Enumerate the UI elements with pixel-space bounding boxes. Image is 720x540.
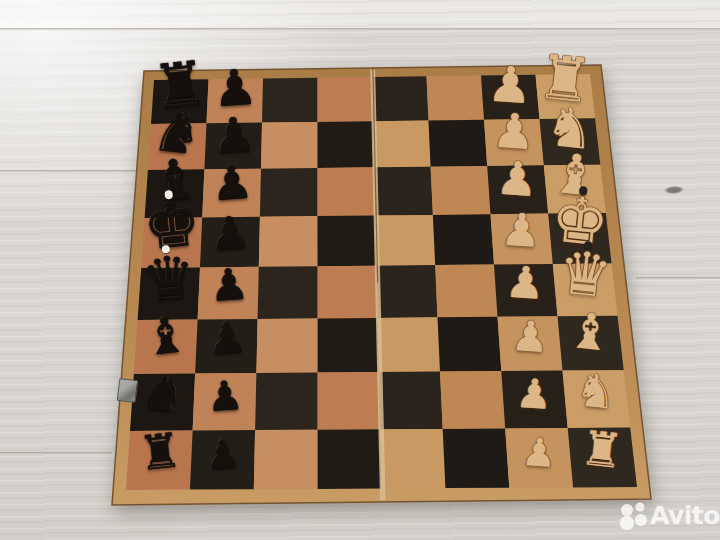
square-a2 xyxy=(505,428,573,488)
square-e7 xyxy=(200,217,260,268)
square-f2 xyxy=(487,165,548,214)
square-g3 xyxy=(429,120,488,167)
square-f8 xyxy=(145,169,205,218)
square-h6 xyxy=(262,78,318,123)
square-f5 xyxy=(318,167,376,216)
square-a8 xyxy=(126,431,193,490)
square-b8 xyxy=(130,374,195,432)
chessboard xyxy=(0,0,720,540)
square-f7 xyxy=(202,169,261,218)
square-d4 xyxy=(376,265,437,318)
square-e3 xyxy=(433,214,494,265)
square-h5 xyxy=(318,77,374,122)
square-b5 xyxy=(318,372,381,430)
square-g5 xyxy=(318,121,375,168)
square-c5 xyxy=(318,318,379,373)
square-a4 xyxy=(380,429,445,489)
square-c3 xyxy=(438,317,502,372)
square-g8 xyxy=(148,123,207,170)
square-f3 xyxy=(431,166,491,215)
square-c7 xyxy=(195,319,258,374)
square-b4 xyxy=(379,372,443,430)
square-a3 xyxy=(443,428,510,488)
square-b3 xyxy=(440,371,505,429)
square-c1 xyxy=(558,316,624,371)
square-c8 xyxy=(134,320,198,375)
square-c6 xyxy=(256,318,317,373)
square-f4 xyxy=(374,167,433,216)
square-g6 xyxy=(261,122,318,169)
square-h4 xyxy=(372,76,429,121)
square-d3 xyxy=(435,265,497,318)
watermark: Avito xyxy=(614,494,720,536)
square-f1 xyxy=(544,165,606,214)
square-d8 xyxy=(138,267,200,320)
square-b2 xyxy=(501,371,567,429)
square-h7 xyxy=(207,79,264,124)
square-d6 xyxy=(258,266,318,319)
square-a6 xyxy=(254,430,318,490)
square-f6 xyxy=(260,168,318,217)
square-e4 xyxy=(375,215,435,266)
square-g7 xyxy=(204,123,262,170)
square-d7 xyxy=(198,267,259,320)
watermark-text: Avito xyxy=(650,501,720,530)
square-h2 xyxy=(481,75,540,120)
listing-photo-chess-set: ♜♟♟♜♞♟♟♞♝♟♟♝♚♟♟♚♛♟♟♛♝♟♟♝♞♟♟♞♜♟♟♜ Avito xyxy=(0,0,720,540)
square-a1 xyxy=(568,428,637,488)
square-d5 xyxy=(318,266,378,319)
square-g1 xyxy=(540,118,601,165)
square-g2 xyxy=(484,119,544,166)
square-b7 xyxy=(193,373,257,431)
square-a5 xyxy=(318,429,382,489)
square-h8 xyxy=(151,79,209,124)
square-e6 xyxy=(259,216,318,267)
square-h1 xyxy=(536,74,596,119)
square-a7 xyxy=(190,430,255,490)
square-d2 xyxy=(494,264,558,317)
square-e5 xyxy=(318,216,377,267)
square-c4 xyxy=(378,317,440,372)
square-g4 xyxy=(373,121,431,168)
square-e1 xyxy=(548,213,611,264)
board-latch xyxy=(117,378,139,403)
square-h3 xyxy=(427,76,485,121)
square-d1 xyxy=(553,263,618,316)
square-e2 xyxy=(491,214,553,265)
square-e8 xyxy=(141,217,202,268)
square-c2 xyxy=(498,316,563,371)
square-b6 xyxy=(255,373,318,431)
avito-logo-icon xyxy=(614,497,650,533)
square-b1 xyxy=(563,370,631,428)
